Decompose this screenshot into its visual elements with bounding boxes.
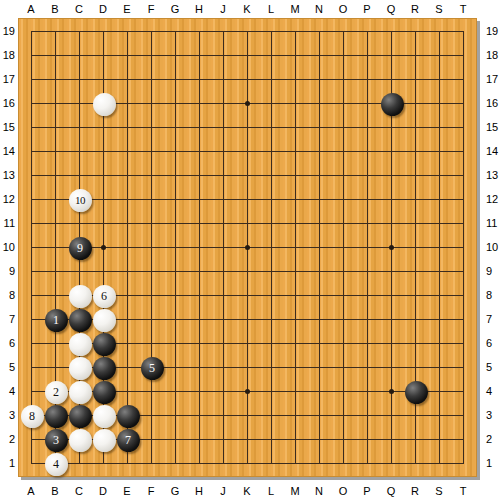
- row-label: 5: [482, 355, 499, 379]
- column-label: T: [451, 1, 475, 17]
- column-labels-bottom: ABCDEFGHJKLMNOPQRST: [19, 483, 475, 499]
- black-stone: 9: [69, 237, 92, 260]
- white-stone: [69, 429, 92, 452]
- column-label: D: [91, 483, 115, 499]
- row-label: 8: [482, 283, 499, 307]
- row-label: 19: [0, 19, 17, 43]
- column-label: J: [211, 1, 235, 17]
- black-stone: [93, 357, 116, 380]
- black-stone: [93, 333, 116, 356]
- white-stone: 10: [69, 189, 92, 212]
- column-label: L: [259, 483, 283, 499]
- column-label: B: [43, 483, 67, 499]
- column-label: G: [163, 483, 187, 499]
- column-label: R: [403, 1, 427, 17]
- row-labels-left: 19181716151413121110987654321: [0, 19, 17, 475]
- row-label: 9: [482, 259, 499, 283]
- row-label: 9: [0, 259, 17, 283]
- row-label: 14: [0, 139, 17, 163]
- row-label: 11: [482, 211, 499, 235]
- row-label: 15: [482, 115, 499, 139]
- row-label: 13: [482, 163, 499, 187]
- white-stone: [69, 357, 92, 380]
- row-label: 3: [0, 403, 17, 427]
- white-stone: [93, 405, 116, 428]
- black-stone: 3: [45, 429, 68, 452]
- white-stone: [69, 285, 92, 308]
- column-label: H: [187, 483, 211, 499]
- stones-layer: 10961528374: [20, 20, 476, 476]
- row-label: 14: [482, 139, 499, 163]
- go-board[interactable]: 10961528374: [18, 18, 477, 477]
- black-stone: [69, 309, 92, 332]
- black-stone: 5: [141, 357, 164, 380]
- row-label: 18: [482, 43, 499, 67]
- column-label: O: [331, 483, 355, 499]
- black-stone: [381, 93, 404, 116]
- column-label: E: [115, 1, 139, 17]
- black-stone: [45, 405, 68, 428]
- row-label: 17: [482, 67, 499, 91]
- move-number: 4: [53, 458, 59, 470]
- move-number: 6: [101, 290, 107, 302]
- row-label: 2: [0, 427, 17, 451]
- row-label: 10: [0, 235, 17, 259]
- row-label: 15: [0, 115, 17, 139]
- black-stone: [117, 405, 140, 428]
- column-label: B: [43, 1, 67, 17]
- row-label: 12: [482, 187, 499, 211]
- column-label: P: [355, 1, 379, 17]
- row-label: 1: [0, 451, 17, 475]
- column-label: A: [19, 1, 43, 17]
- row-label: 4: [482, 379, 499, 403]
- row-labels-right: 19181716151413121110987654321: [482, 19, 499, 475]
- column-label: J: [211, 483, 235, 499]
- column-label: D: [91, 1, 115, 17]
- column-label: S: [427, 1, 451, 17]
- black-stone: [69, 405, 92, 428]
- row-label: 10: [482, 235, 499, 259]
- column-label: M: [283, 1, 307, 17]
- row-label: 12: [0, 187, 17, 211]
- white-stone: [93, 93, 116, 116]
- move-number: 2: [53, 386, 59, 398]
- column-label: P: [355, 483, 379, 499]
- row-label: 5: [0, 355, 17, 379]
- black-stone: [405, 381, 428, 404]
- row-label: 8: [0, 283, 17, 307]
- white-stone: 6: [93, 285, 116, 308]
- column-label: F: [139, 1, 163, 17]
- white-stone: [69, 333, 92, 356]
- row-label: 16: [482, 91, 499, 115]
- white-stone: [93, 309, 116, 332]
- column-label: F: [139, 483, 163, 499]
- column-label: N: [307, 483, 331, 499]
- row-label: 7: [0, 307, 17, 331]
- row-label: 2: [482, 427, 499, 451]
- go-diagram: ABCDEFGHJKLMNOPQRST ABCDEFGHJKLMNOPQRST …: [0, 0, 500, 500]
- white-stone: [93, 429, 116, 452]
- row-label: 18: [0, 43, 17, 67]
- row-label: 6: [0, 331, 17, 355]
- move-number: 5: [149, 362, 155, 374]
- column-label: M: [283, 483, 307, 499]
- column-label: T: [451, 483, 475, 499]
- row-label: 16: [0, 91, 17, 115]
- column-labels-top: ABCDEFGHJKLMNOPQRST: [19, 1, 475, 17]
- column-label: L: [259, 1, 283, 17]
- column-label: Q: [379, 483, 403, 499]
- move-number: 9: [77, 242, 83, 254]
- move-number: 8: [29, 410, 35, 422]
- black-stone: [93, 381, 116, 404]
- move-number: 7: [125, 434, 131, 446]
- white-stone: 2: [45, 381, 68, 404]
- column-label: H: [187, 1, 211, 17]
- white-stone: 8: [21, 405, 44, 428]
- row-label: 4: [0, 379, 17, 403]
- black-stone: 1: [45, 309, 68, 332]
- column-label: O: [331, 1, 355, 17]
- column-label: G: [163, 1, 187, 17]
- move-number: 1: [53, 314, 59, 326]
- column-label: C: [67, 483, 91, 499]
- row-label: 3: [482, 403, 499, 427]
- column-label: A: [19, 483, 43, 499]
- white-stone: 4: [45, 453, 68, 476]
- column-label: N: [307, 1, 331, 17]
- row-label: 17: [0, 67, 17, 91]
- column-label: K: [235, 1, 259, 17]
- white-stone: [69, 381, 92, 404]
- column-label: C: [67, 1, 91, 17]
- column-label: E: [115, 483, 139, 499]
- row-label: 19: [482, 19, 499, 43]
- black-stone: 7: [117, 429, 140, 452]
- column-label: R: [403, 483, 427, 499]
- move-number: 3: [53, 434, 59, 446]
- row-label: 6: [482, 331, 499, 355]
- move-number: 10: [75, 195, 85, 206]
- column-label: S: [427, 483, 451, 499]
- row-label: 1: [482, 451, 499, 475]
- column-label: K: [235, 483, 259, 499]
- row-label: 13: [0, 163, 17, 187]
- row-label: 11: [0, 211, 17, 235]
- column-label: Q: [379, 1, 403, 17]
- row-label: 7: [482, 307, 499, 331]
